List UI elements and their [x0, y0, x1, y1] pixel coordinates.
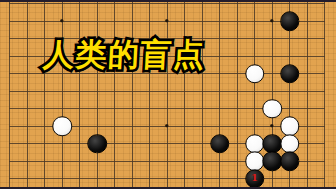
- video-thumbnail: 1 人类的盲点: [0, 0, 336, 189]
- grid-line-horizontal: [9, 91, 325, 92]
- black-stone[interactable]: [280, 64, 300, 84]
- letterbox-top-bar: [0, 0, 336, 2]
- black-stone[interactable]: [210, 134, 230, 154]
- black-stone[interactable]: [280, 151, 300, 171]
- star-point: [165, 124, 168, 127]
- star-point: [270, 19, 273, 22]
- white-stone[interactable]: [245, 64, 265, 84]
- black-stone[interactable]: [280, 11, 300, 31]
- letterbox-bottom-bar: [0, 187, 336, 189]
- black-stone[interactable]: [87, 134, 107, 154]
- white-stone[interactable]: [262, 99, 282, 119]
- title-overlay: 人类的盲点: [42, 34, 207, 76]
- white-stone[interactable]: [52, 116, 72, 136]
- move-number-label: 1: [251, 174, 258, 184]
- grid-line-horizontal: [9, 3, 325, 4]
- star-point: [270, 124, 273, 127]
- grid-line-horizontal: [9, 178, 325, 179]
- star-point: [60, 19, 63, 22]
- black-stone[interactable]: 1: [245, 169, 265, 189]
- go-board[interactable]: 1: [0, 0, 336, 189]
- star-point: [165, 19, 168, 22]
